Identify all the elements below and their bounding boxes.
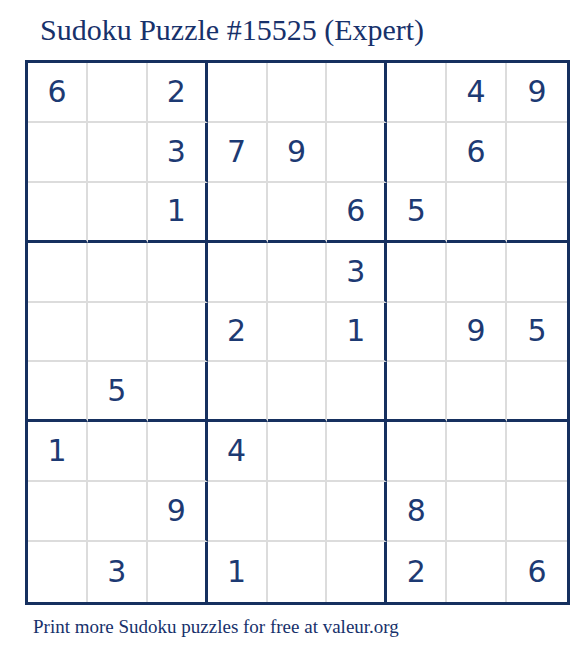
sudoku-cell-r2c3: 3 <box>148 123 208 183</box>
sudoku-cell-r5c5 <box>268 303 328 363</box>
given-digit: 4 <box>227 436 246 466</box>
sudoku-cell-r6c5 <box>268 362 328 422</box>
sudoku-cell-r1c7 <box>387 63 447 123</box>
sudoku-cell-r6c9 <box>507 362 567 422</box>
given-digit: 5 <box>107 376 126 406</box>
given-digit: 1 <box>167 196 186 226</box>
sudoku-cell-r9c4: 1 <box>208 542 268 602</box>
sudoku-cell-r5c8: 9 <box>447 303 507 363</box>
sudoku-cell-r3c2 <box>88 183 148 243</box>
sudoku-cell-r9c1 <box>28 542 88 602</box>
sudoku-cell-r7c5 <box>268 422 328 482</box>
given-digit: 3 <box>107 557 126 587</box>
given-digit: 1 <box>227 557 246 587</box>
sudoku-cell-r7c8 <box>447 422 507 482</box>
sudoku-cell-r2c6 <box>327 123 387 183</box>
sudoku-cell-r9c2: 3 <box>88 542 148 602</box>
sudoku-cell-r4c9 <box>507 243 567 303</box>
sudoku-cell-r6c2: 5 <box>88 362 148 422</box>
sudoku-cell-r8c5 <box>268 482 328 542</box>
sudoku-cell-r4c4 <box>208 243 268 303</box>
sudoku-cell-r5c3 <box>148 303 208 363</box>
given-digit: 7 <box>227 137 246 167</box>
sudoku-cell-r3c3: 1 <box>148 183 208 243</box>
sudoku-cell-r2c1 <box>28 123 88 183</box>
sudoku-cell-r1c5 <box>268 63 328 123</box>
given-digit: 6 <box>467 137 486 167</box>
sudoku-cell-r4c1 <box>28 243 88 303</box>
sudoku-cell-r6c3 <box>148 362 208 422</box>
given-digit: 9 <box>467 316 486 346</box>
sudoku-cell-r5c2 <box>88 303 148 363</box>
sudoku-cell-r3c9 <box>507 183 567 243</box>
given-digit: 6 <box>528 557 547 587</box>
sudoku-cell-r2c8: 6 <box>447 123 507 183</box>
sudoku-cell-r7c2 <box>88 422 148 482</box>
sudoku-cell-r4c2 <box>88 243 148 303</box>
sudoku-cell-r8c6 <box>327 482 387 542</box>
sudoku-cell-r7c3 <box>148 422 208 482</box>
sudoku-cell-r2c2 <box>88 123 148 183</box>
sudoku-cell-r9c3 <box>148 542 208 602</box>
sudoku-cell-r1c6 <box>327 63 387 123</box>
sudoku-cell-r2c4: 7 <box>208 123 268 183</box>
given-digit: 5 <box>528 316 547 346</box>
sudoku-cell-r1c2 <box>88 63 148 123</box>
sudoku-cell-r7c9 <box>507 422 567 482</box>
sudoku-cell-r9c7: 2 <box>387 542 447 602</box>
sudoku-cell-r8c2 <box>88 482 148 542</box>
sudoku-cell-r5c7 <box>387 303 447 363</box>
sudoku-cell-r9c9: 6 <box>507 542 567 602</box>
sudoku-cell-r2c5: 9 <box>268 123 328 183</box>
sudoku-cell-r8c8 <box>447 482 507 542</box>
sudoku-cell-r6c8 <box>447 362 507 422</box>
sudoku-cell-r5c9: 5 <box>507 303 567 363</box>
given-digit: 8 <box>407 496 426 526</box>
given-digit: 2 <box>227 316 246 346</box>
given-digit: 9 <box>287 137 306 167</box>
given-digit: 6 <box>47 77 66 107</box>
sudoku-cell-r2c9 <box>507 123 567 183</box>
given-digit: 4 <box>467 77 486 107</box>
given-digit: 1 <box>346 316 365 346</box>
sudoku-cell-r6c4 <box>208 362 268 422</box>
sudoku-cell-r6c1 <box>28 362 88 422</box>
given-digit: 5 <box>407 196 426 226</box>
sudoku-cell-r7c4: 4 <box>208 422 268 482</box>
sudoku-cell-r9c5 <box>268 542 328 602</box>
sudoku-cell-r4c3 <box>148 243 208 303</box>
sudoku-cell-r3c4 <box>208 183 268 243</box>
sudoku-cell-r8c3: 9 <box>148 482 208 542</box>
sudoku-cell-r9c8 <box>447 542 507 602</box>
sudoku-cell-r4c8 <box>447 243 507 303</box>
sudoku-cell-r1c4 <box>208 63 268 123</box>
page-title: Sudoku Puzzle #15525 (Expert) <box>40 12 424 48</box>
sudoku-cell-r5c6: 1 <box>327 303 387 363</box>
sudoku-cell-r8c9 <box>507 482 567 542</box>
given-digit: 9 <box>528 77 547 107</box>
sudoku-cell-r6c7 <box>387 362 447 422</box>
sudoku-cell-r3c8 <box>447 183 507 243</box>
given-digit: 3 <box>167 137 186 167</box>
given-digit: 1 <box>47 436 66 466</box>
sudoku-cell-r5c4: 2 <box>208 303 268 363</box>
sudoku-cell-r6c6 <box>327 362 387 422</box>
sudoku-cell-r4c7 <box>387 243 447 303</box>
given-digit: 2 <box>407 557 426 587</box>
sudoku-cell-r8c1 <box>28 482 88 542</box>
sudoku-cell-r8c7: 8 <box>387 482 447 542</box>
sudoku-cell-r7c7 <box>387 422 447 482</box>
given-digit: 2 <box>167 77 186 107</box>
footer-text: Print more Sudoku puzzles for free at va… <box>33 616 399 638</box>
sudoku-cell-r3c5 <box>268 183 328 243</box>
sudoku-cell-r3c7: 5 <box>387 183 447 243</box>
sudoku-cell-r7c1: 1 <box>28 422 88 482</box>
sudoku-cell-r5c1 <box>28 303 88 363</box>
sudoku-cell-r2c7 <box>387 123 447 183</box>
sudoku-cell-r4c6: 3 <box>327 243 387 303</box>
sudoku-cell-r1c3: 2 <box>148 63 208 123</box>
given-digit: 3 <box>346 257 365 287</box>
given-digit: 6 <box>346 196 365 226</box>
sudoku-cell-r3c1 <box>28 183 88 243</box>
sudoku-cell-r9c6 <box>327 542 387 602</box>
sudoku-cell-r3c6: 6 <box>327 183 387 243</box>
sudoku-cell-r1c8: 4 <box>447 63 507 123</box>
given-digit: 9 <box>167 496 186 526</box>
sudoku-cell-r1c1: 6 <box>28 63 88 123</box>
sudoku-cell-r4c5 <box>268 243 328 303</box>
sudoku-cell-r8c4 <box>208 482 268 542</box>
sudoku-board: 6249379616532195514983126 <box>25 60 570 605</box>
sudoku-cell-r1c9: 9 <box>507 63 567 123</box>
sudoku-cell-r7c6 <box>327 422 387 482</box>
